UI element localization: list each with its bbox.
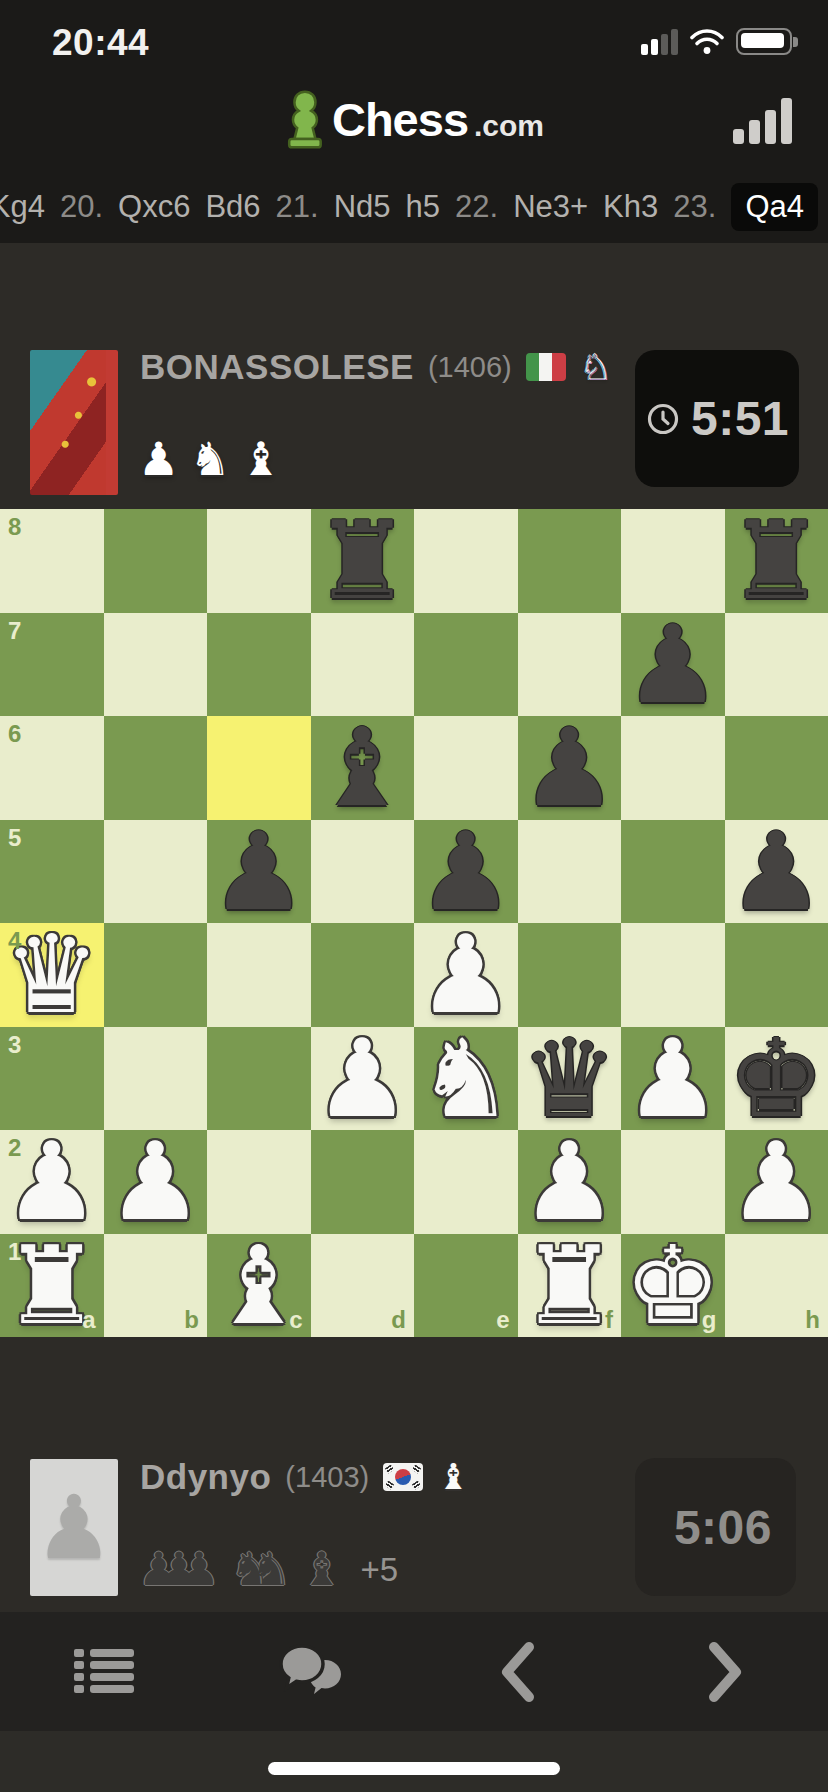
status-icons [641, 28, 792, 55]
italy-flag-icon [526, 353, 566, 381]
square-d5[interactable] [311, 820, 415, 924]
home-indicator[interactable] [268, 1762, 560, 1775]
top-player-name-row: BONASSOLESE (1406) ♘ [140, 343, 612, 391]
chat-button[interactable] [207, 1612, 414, 1731]
connection-bars-icon [733, 98, 792, 144]
square-c5[interactable]: ♟ [207, 820, 311, 924]
white-knight-e3[interactable]: ♞ [417, 1027, 514, 1131]
white-pawn-h2[interactable]: ♟ [728, 1130, 825, 1234]
move-token[interactable]: Kg4 [0, 189, 45, 225]
square-g5[interactable] [621, 820, 725, 924]
square-a1[interactable]: 1a♜ [0, 1234, 104, 1338]
square-e1[interactable]: e [414, 1234, 518, 1338]
square-b4[interactable] [104, 923, 208, 1027]
file-label-d: d [391, 1308, 406, 1332]
square-b5[interactable] [104, 820, 208, 924]
captured-pawn-icon: ♟♟♟ [138, 1542, 220, 1597]
bottom-player-name[interactable]: Ddynyo [140, 1457, 271, 1497]
square-e5[interactable]: ♟ [414, 820, 518, 924]
file-label-g: g [702, 1308, 717, 1332]
back-button[interactable] [414, 1612, 621, 1731]
square-h8[interactable]: ♜ [725, 509, 828, 613]
rank-label-5: 5 [8, 826, 21, 850]
status-time: 20:44 [52, 22, 149, 64]
square-f1[interactable]: f♜ [518, 1234, 622, 1338]
square-d7[interactable] [311, 613, 415, 717]
white-pawn-f2[interactable]: ♟ [521, 1130, 618, 1234]
square-f5[interactable] [518, 820, 622, 924]
rank-label-4: 4 [8, 929, 21, 953]
black-rook-h8[interactable]: ♜ [728, 509, 825, 613]
black-pawn-c5[interactable]: ♟ [210, 820, 307, 924]
bottom-player-clock: 5:06 [635, 1458, 796, 1596]
bottom-clock-time: 5:06 [674, 1500, 772, 1555]
black-king-h3[interactable]: ♚ [728, 1027, 825, 1131]
logo-suffix: .com [474, 100, 544, 152]
square-h3[interactable]: ♚ [725, 1027, 828, 1131]
material-advantage: +5 [360, 1551, 398, 1597]
square-a3[interactable]: 3 [0, 1027, 104, 1131]
captured-bishop-icon: ♝ [301, 1542, 342, 1597]
status-bar: 20:44 [0, 0, 828, 80]
square-c1[interactable]: c♝ [207, 1234, 311, 1338]
white-bishop-flair-icon: ♝ [437, 1459, 469, 1495]
bottom-player-rating: (1403) [285, 1461, 369, 1494]
move-token[interactable]: 20. [60, 189, 103, 225]
square-b1[interactable]: b [104, 1234, 208, 1338]
square-g7[interactable]: ♟ [621, 613, 725, 717]
move-token[interactable]: Qxc6 [118, 189, 190, 225]
square-d8[interactable]: ♜ [311, 509, 415, 613]
square-e8[interactable] [414, 509, 518, 613]
square-f7[interactable] [518, 613, 622, 717]
move-token[interactable]: Kh3 [603, 189, 658, 225]
white-pawn-g3[interactable]: ♟ [624, 1027, 721, 1131]
rank-label-3: 3 [8, 1033, 21, 1057]
move-token[interactable]: Ne3+ [513, 189, 588, 225]
chat-icon [278, 1642, 344, 1702]
black-pawn-f6[interactable]: ♟ [521, 716, 618, 820]
rank-label-7: 7 [8, 619, 21, 643]
square-c3[interactable] [207, 1027, 311, 1131]
square-e3[interactable]: ♞ [414, 1027, 518, 1131]
square-a8[interactable]: 8 [0, 509, 104, 613]
bottom-player-avatar[interactable]: ♟ [30, 1459, 118, 1596]
bottom-player-card: ♟ Ddynyo (1403) ♝ ♟♟♟♞♞♝+5 5:06 [0, 1337, 828, 1612]
file-label-e: e [496, 1308, 509, 1332]
chesscom-pawn-logo-icon [284, 88, 326, 152]
move-token[interactable]: 21. [276, 189, 319, 225]
top-player-card: BONASSOLESE (1406) ♘ ♟♞♝ 5:51 [0, 243, 828, 509]
move-list-bar[interactable]: +Kg420.Qxc6Bd621.Nd5h522.Ne3+Kh323.Qa4 [0, 170, 828, 243]
black-queen-f3[interactable]: ♛ [521, 1027, 618, 1131]
white-pawn-e4[interactable]: ♟ [417, 923, 514, 1027]
square-d6[interactable]: ♝ [311, 716, 415, 820]
square-e6[interactable] [414, 716, 518, 820]
top-player-avatar[interactable] [30, 350, 118, 495]
file-label-c: c [289, 1308, 302, 1332]
white-pawn-d3[interactable]: ♟ [314, 1027, 411, 1131]
square-c6[interactable] [207, 716, 311, 820]
move-token[interactable]: h5 [406, 189, 440, 225]
square-a5[interactable]: 5 [0, 820, 104, 924]
rank-label-1: 1 [8, 1240, 21, 1264]
square-d4[interactable] [311, 923, 415, 1027]
chevron-right-icon [706, 1641, 744, 1703]
square-b3[interactable] [104, 1027, 208, 1131]
black-pawn-h5[interactable]: ♟ [728, 820, 825, 924]
rank-label-8: 8 [8, 515, 21, 539]
square-h6[interactable] [725, 716, 828, 820]
white-rook-f1[interactable]: ♜ [521, 1234, 618, 1338]
home-indicator-area [0, 1731, 828, 1792]
square-f2[interactable]: ♟ [518, 1130, 622, 1234]
square-a7[interactable]: 7 [0, 613, 104, 717]
square-f4[interactable] [518, 923, 622, 1027]
captured-knight-icon: ♞♞ [230, 1542, 291, 1597]
black-pawn-e5[interactable]: ♟ [417, 820, 514, 924]
move-list-button[interactable] [0, 1612, 207, 1731]
square-c7[interactable] [207, 613, 311, 717]
move-token[interactable]: Bd6 [205, 189, 260, 225]
app-screen: 20:44 Chess .com +Kg420.Qxc6Bd621.Nd5h52… [0, 0, 828, 1792]
square-a6[interactable]: 6 [0, 716, 104, 820]
square-e2[interactable] [414, 1130, 518, 1234]
file-label-a: a [82, 1308, 95, 1332]
top-player-rating: (1406) [428, 351, 512, 384]
captured-knight-icon: ♞ [189, 432, 230, 487]
file-label-b: b [184, 1308, 199, 1332]
square-g8[interactable] [621, 509, 725, 613]
square-e7[interactable] [414, 613, 518, 717]
square-h1[interactable]: h [725, 1234, 828, 1338]
top-captured-pieces: ♟♞♝ [138, 425, 292, 487]
captured-pawn-icon: ♟ [138, 432, 179, 487]
square-d3[interactable]: ♟ [311, 1027, 415, 1131]
move-token[interactable]: Nd5 [334, 189, 391, 225]
unicorn-flair-icon: ♘ [580, 349, 612, 385]
bottom-player-name-row: Ddynyo (1403) ♝ [140, 1453, 469, 1501]
top-clock-time: 5:51 [691, 391, 789, 446]
square-g1[interactable]: g♚ [621, 1234, 725, 1338]
square-d1[interactable]: d [311, 1234, 415, 1338]
white-pawn-b2[interactable]: ♟ [107, 1130, 204, 1234]
square-c2[interactable] [207, 1130, 311, 1234]
square-b7[interactable] [104, 613, 208, 717]
logo-text: Chess [332, 88, 468, 152]
square-h2[interactable]: ♟ [725, 1130, 828, 1234]
black-pawn-g7[interactable]: ♟ [624, 613, 721, 717]
black-rook-d8[interactable]: ♜ [314, 509, 411, 613]
chess-board[interactable]: 8♜♜7♟6♝♟5♟♟♟4♛♟3♟♞♛♟♚2♟♟♟♟1a♜bc♝def♜g♚h [0, 509, 828, 1337]
square-c8[interactable] [207, 509, 311, 613]
move-token[interactable]: 23. [673, 189, 716, 225]
square-f6[interactable]: ♟ [518, 716, 622, 820]
square-d2[interactable] [311, 1130, 415, 1234]
square-h5[interactable]: ♟ [725, 820, 828, 924]
cellular-signal-icon [641, 29, 678, 55]
square-f3[interactable]: ♛ [518, 1027, 622, 1131]
top-player-name[interactable]: BONASSOLESE [140, 347, 414, 387]
rank-label-6: 6 [8, 722, 21, 746]
captured-bishop-icon: ♝ [241, 432, 282, 487]
square-e4[interactable]: ♟ [414, 923, 518, 1027]
square-h7[interactable] [725, 613, 828, 717]
square-g3[interactable]: ♟ [621, 1027, 725, 1131]
chevron-left-icon [499, 1641, 537, 1703]
square-f8[interactable] [518, 509, 622, 613]
square-b6[interactable] [104, 716, 208, 820]
square-c4[interactable] [207, 923, 311, 1027]
pawn-avatar-icon: ♟ [35, 1484, 114, 1572]
top-player-clock: 5:51 [635, 350, 799, 487]
current-move-token[interactable]: Qa4 [731, 183, 818, 231]
bottom-nav-bar [0, 1612, 828, 1731]
file-label-f: f [605, 1308, 613, 1332]
battery-icon [736, 28, 792, 55]
wifi-icon [690, 29, 724, 55]
header: Chess .com [0, 84, 828, 160]
bottom-captured-pieces: ♟♟♟♞♞♝+5 [138, 1535, 398, 1597]
square-b2[interactable]: ♟ [104, 1130, 208, 1234]
square-a4[interactable]: 4♛ [0, 923, 104, 1027]
square-g4[interactable] [621, 923, 725, 1027]
square-a2[interactable]: 2♟ [0, 1130, 104, 1234]
square-g2[interactable] [621, 1130, 725, 1234]
move-token[interactable]: 22. [455, 189, 498, 225]
square-b8[interactable] [104, 509, 208, 613]
south-korea-flag-icon [383, 1463, 423, 1491]
square-g6[interactable] [621, 716, 725, 820]
black-bishop-d6[interactable]: ♝ [314, 716, 411, 820]
forward-button[interactable] [621, 1612, 828, 1731]
move-list-icon [74, 1648, 134, 1696]
square-h4[interactable] [725, 923, 828, 1027]
clock-icon [645, 401, 681, 437]
file-label-h: h [805, 1308, 820, 1332]
chesscom-logo: Chess .com [284, 88, 544, 152]
rank-label-2: 2 [8, 1136, 21, 1160]
